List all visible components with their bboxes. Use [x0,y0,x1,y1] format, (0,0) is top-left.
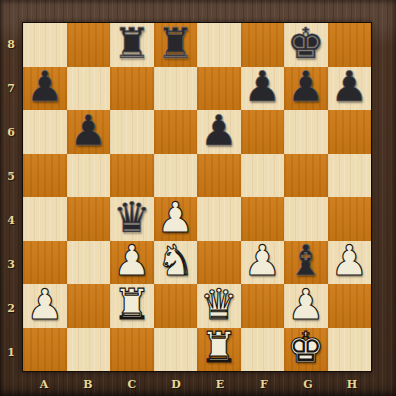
square-a5[interactable] [23,154,67,198]
square-h8[interactable] [328,23,372,67]
square-d7[interactable] [154,67,198,111]
square-e8[interactable] [197,23,241,67]
square-d3[interactable]: ♞ [154,241,198,285]
piece-black-rook[interactable]: ♜ [113,23,151,65]
square-h5[interactable] [328,154,372,198]
chess-board-frame: 87654321 ♜♜♚♟♟♟♟♟♟♛♟♟♞♟♝♟♟♜♛♟♜♚ ABCDEFGH [0,0,396,396]
square-e7[interactable] [197,67,241,111]
square-d1[interactable] [154,328,198,372]
square-b3[interactable] [67,241,111,285]
square-h1[interactable] [328,328,372,372]
rank-label-7: 7 [0,66,22,110]
square-e5[interactable] [197,154,241,198]
chess-board: ♜♜♚♟♟♟♟♟♟♛♟♟♞♟♝♟♟♜♛♟♜♚ [22,22,372,372]
square-e2[interactable]: ♛ [197,284,241,328]
square-b6[interactable]: ♟ [67,110,111,154]
rank-label-6: 6 [0,110,22,154]
square-g6[interactable] [284,110,328,154]
rank-label-2: 2 [0,286,22,330]
square-g5[interactable] [284,154,328,198]
rank-label-1: 1 [0,330,22,374]
piece-black-pawn[interactable]: ♟ [69,110,107,152]
file-label-a: A [22,373,66,396]
square-b7[interactable] [67,67,111,111]
rank-label-3: 3 [0,242,22,286]
rank-labels: 87654321 [0,22,22,374]
square-e6[interactable]: ♟ [197,110,241,154]
square-c6[interactable] [110,110,154,154]
square-f1[interactable] [241,328,285,372]
piece-white-pawn[interactable]: ♟ [330,240,368,282]
square-a4[interactable] [23,197,67,241]
piece-white-queen[interactable]: ♛ [200,284,238,326]
file-label-c: C [110,373,154,396]
square-d2[interactable] [154,284,198,328]
rank-label-8: 8 [0,22,22,66]
file-labels: ABCDEFGH [22,373,374,396]
square-d4[interactable]: ♟ [154,197,198,241]
square-g4[interactable] [284,197,328,241]
square-g8[interactable]: ♚ [284,23,328,67]
piece-white-pawn[interactable]: ♟ [113,240,151,282]
file-label-b: B [66,373,110,396]
square-a1[interactable] [23,328,67,372]
square-f7[interactable]: ♟ [241,67,285,111]
file-label-g: G [286,373,330,396]
piece-white-king[interactable]: ♚ [287,327,325,369]
square-c1[interactable] [110,328,154,372]
piece-white-knight[interactable]: ♞ [156,240,194,282]
square-f4[interactable] [241,197,285,241]
piece-black-pawn[interactable]: ♟ [330,66,368,108]
piece-black-rook[interactable]: ♜ [156,23,194,65]
square-a6[interactable] [23,110,67,154]
square-d5[interactable] [154,154,198,198]
square-b1[interactable] [67,328,111,372]
piece-black-king[interactable]: ♚ [287,23,325,65]
rank-label-4: 4 [0,198,22,242]
piece-white-pawn[interactable]: ♟ [243,240,281,282]
square-c8[interactable]: ♜ [110,23,154,67]
square-c3[interactable]: ♟ [110,241,154,285]
square-h3[interactable]: ♟ [328,241,372,285]
square-f8[interactable] [241,23,285,67]
file-label-d: D [154,373,198,396]
file-label-h: H [330,373,374,396]
piece-black-pawn[interactable]: ♟ [287,66,325,108]
piece-white-rook[interactable]: ♜ [200,327,238,369]
piece-black-pawn[interactable]: ♟ [200,110,238,152]
square-b5[interactable] [67,154,111,198]
file-label-f: F [242,373,286,396]
square-f2[interactable] [241,284,285,328]
piece-black-pawn[interactable]: ♟ [243,66,281,108]
piece-black-pawn[interactable]: ♟ [26,66,64,108]
square-c5[interactable] [110,154,154,198]
piece-white-pawn[interactable]: ♟ [26,284,64,326]
square-f5[interactable] [241,154,285,198]
rank-label-5: 5 [0,154,22,198]
square-g3[interactable]: ♝ [284,241,328,285]
square-a8[interactable] [23,23,67,67]
piece-black-queen[interactable]: ♛ [113,197,151,239]
square-c2[interactable]: ♜ [110,284,154,328]
square-g1[interactable]: ♚ [284,328,328,372]
square-f6[interactable] [241,110,285,154]
square-g2[interactable]: ♟ [284,284,328,328]
square-e3[interactable] [197,241,241,285]
square-e1[interactable]: ♜ [197,328,241,372]
file-label-e: E [198,373,242,396]
square-a7[interactable]: ♟ [23,67,67,111]
square-d6[interactable] [154,110,198,154]
square-b8[interactable] [67,23,111,67]
square-g7[interactable]: ♟ [284,67,328,111]
piece-black-bishop[interactable]: ♝ [287,240,325,282]
square-d8[interactable]: ♜ [154,23,198,67]
piece-white-pawn[interactable]: ♟ [156,197,194,239]
square-f3[interactable]: ♟ [241,241,285,285]
square-e4[interactable] [197,197,241,241]
piece-white-pawn[interactable]: ♟ [287,284,325,326]
square-a3[interactable] [23,241,67,285]
square-c7[interactable] [110,67,154,111]
square-h7[interactable]: ♟ [328,67,372,111]
square-a2[interactable]: ♟ [23,284,67,328]
piece-white-rook[interactable]: ♜ [113,284,151,326]
square-b4[interactable] [67,197,111,241]
square-h6[interactable] [328,110,372,154]
square-h2[interactable] [328,284,372,328]
square-c4[interactable]: ♛ [110,197,154,241]
square-h4[interactable] [328,197,372,241]
square-b2[interactable] [67,284,111,328]
